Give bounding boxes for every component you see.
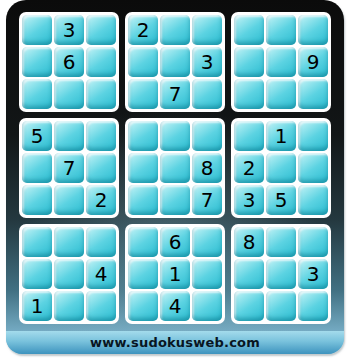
cell-r7c3[interactable] <box>86 227 116 257</box>
cell-r2c7[interactable] <box>234 47 264 77</box>
cell-r9c8[interactable] <box>266 291 296 321</box>
cell-r3c5[interactable]: 7 <box>160 79 190 109</box>
cell-r7c6[interactable] <box>192 227 222 257</box>
box-1-3: 9 <box>231 12 331 112</box>
cell-r5c6[interactable]: 8 <box>192 153 222 183</box>
cell-r7c4[interactable] <box>128 227 158 257</box>
cell-r8c7[interactable] <box>234 259 264 289</box>
cell-r9c6[interactable] <box>192 291 222 321</box>
cell-r7c5[interactable]: 6 <box>160 227 190 257</box>
box-2-2: 87 <box>125 118 225 218</box>
cell-r3c9[interactable] <box>298 79 328 109</box>
cell-r4c7[interactable] <box>234 121 264 151</box>
cell-r9c9[interactable] <box>298 291 328 321</box>
cell-r3c6[interactable] <box>192 79 222 109</box>
cell-r5c1[interactable] <box>22 153 52 183</box>
cell-r4c8[interactable]: 1 <box>266 121 296 151</box>
cell-r3c7[interactable] <box>234 79 264 109</box>
cell-r3c2[interactable] <box>54 79 84 109</box>
cell-r7c8[interactable] <box>266 227 296 257</box>
cell-r1c8[interactable] <box>266 15 296 45</box>
cell-r6c8[interactable]: 5 <box>266 185 296 215</box>
footer-band: www.sudokusweb.com <box>6 331 344 354</box>
cell-r2c1[interactable] <box>22 47 52 77</box>
cell-r9c5[interactable]: 4 <box>160 291 190 321</box>
cell-r9c7[interactable] <box>234 291 264 321</box>
cell-r2c9[interactable]: 9 <box>298 47 328 77</box>
cell-r6c1[interactable] <box>22 185 52 215</box>
cell-r2c8[interactable] <box>266 47 296 77</box>
cell-r3c8[interactable] <box>266 79 296 109</box>
cell-r8c4[interactable] <box>128 259 158 289</box>
cell-r4c6[interactable] <box>192 121 222 151</box>
website-link[interactable]: www.sudokusweb.com <box>90 335 260 350</box>
cell-r3c3[interactable] <box>86 79 116 109</box>
cell-r8c5[interactable]: 1 <box>160 259 190 289</box>
cell-r5c5[interactable] <box>160 153 190 183</box>
cell-r5c2[interactable]: 7 <box>54 153 84 183</box>
cell-r4c3[interactable] <box>86 121 116 151</box>
cell-r5c8[interactable] <box>266 153 296 183</box>
cell-r7c7[interactable]: 8 <box>234 227 264 257</box>
cell-r9c4[interactable] <box>128 291 158 321</box>
cell-r3c4[interactable] <box>128 79 158 109</box>
box-3-2: 614 <box>125 224 225 324</box>
cell-r1c4[interactable]: 2 <box>128 15 158 45</box>
cell-r2c6[interactable]: 3 <box>192 47 222 77</box>
cell-r1c9[interactable] <box>298 15 328 45</box>
cell-r5c7[interactable]: 2 <box>234 153 264 183</box>
cell-r6c7[interactable]: 3 <box>234 185 264 215</box>
cell-r8c2[interactable] <box>54 259 84 289</box>
cell-r1c2[interactable]: 3 <box>54 15 84 45</box>
cell-r6c5[interactable] <box>160 185 190 215</box>
cell-r3c1[interactable] <box>22 79 52 109</box>
cell-r1c1[interactable] <box>22 15 52 45</box>
box-2-1: 572 <box>19 118 119 218</box>
cell-r4c5[interactable] <box>160 121 190 151</box>
sudoku-grid: 3623795728712354161483 <box>19 12 331 324</box>
cell-r1c7[interactable] <box>234 15 264 45</box>
cell-r4c9[interactable] <box>298 121 328 151</box>
cell-r6c3[interactable]: 2 <box>86 185 116 215</box>
cell-r1c5[interactable] <box>160 15 190 45</box>
cell-r6c6[interactable]: 7 <box>192 185 222 215</box>
cell-r2c4[interactable] <box>128 47 158 77</box>
cell-r2c5[interactable] <box>160 47 190 77</box>
cell-r8c1[interactable] <box>22 259 52 289</box>
board-frame: 3623795728712354161483 www.sudokusweb.co… <box>6 0 344 354</box>
cell-r5c3[interactable] <box>86 153 116 183</box>
cell-r6c9[interactable] <box>298 185 328 215</box>
box-1-1: 36 <box>19 12 119 112</box>
box-1-2: 237 <box>125 12 225 112</box>
cell-r9c2[interactable] <box>54 291 84 321</box>
cell-r4c1[interactable]: 5 <box>22 121 52 151</box>
cell-r8c6[interactable] <box>192 259 222 289</box>
cell-r2c3[interactable] <box>86 47 116 77</box>
cell-r7c2[interactable] <box>54 227 84 257</box>
cell-r7c9[interactable] <box>298 227 328 257</box>
cell-r2c2[interactable]: 6 <box>54 47 84 77</box>
box-2-3: 1235 <box>231 118 331 218</box>
cell-r6c2[interactable] <box>54 185 84 215</box>
cell-r5c4[interactable] <box>128 153 158 183</box>
cell-r5c9[interactable] <box>298 153 328 183</box>
cell-r6c4[interactable] <box>128 185 158 215</box>
cell-r7c1[interactable] <box>22 227 52 257</box>
cell-r4c4[interactable] <box>128 121 158 151</box>
cell-r8c8[interactable] <box>266 259 296 289</box>
cell-r4c2[interactable] <box>54 121 84 151</box>
cell-r8c9[interactable]: 3 <box>298 259 328 289</box>
box-3-1: 41 <box>19 224 119 324</box>
cell-r8c3[interactable]: 4 <box>86 259 116 289</box>
box-3-3: 83 <box>231 224 331 324</box>
cell-r9c3[interactable] <box>86 291 116 321</box>
cell-r9c1[interactable]: 1 <box>22 291 52 321</box>
cell-r1c3[interactable] <box>86 15 116 45</box>
cell-r1c6[interactable] <box>192 15 222 45</box>
